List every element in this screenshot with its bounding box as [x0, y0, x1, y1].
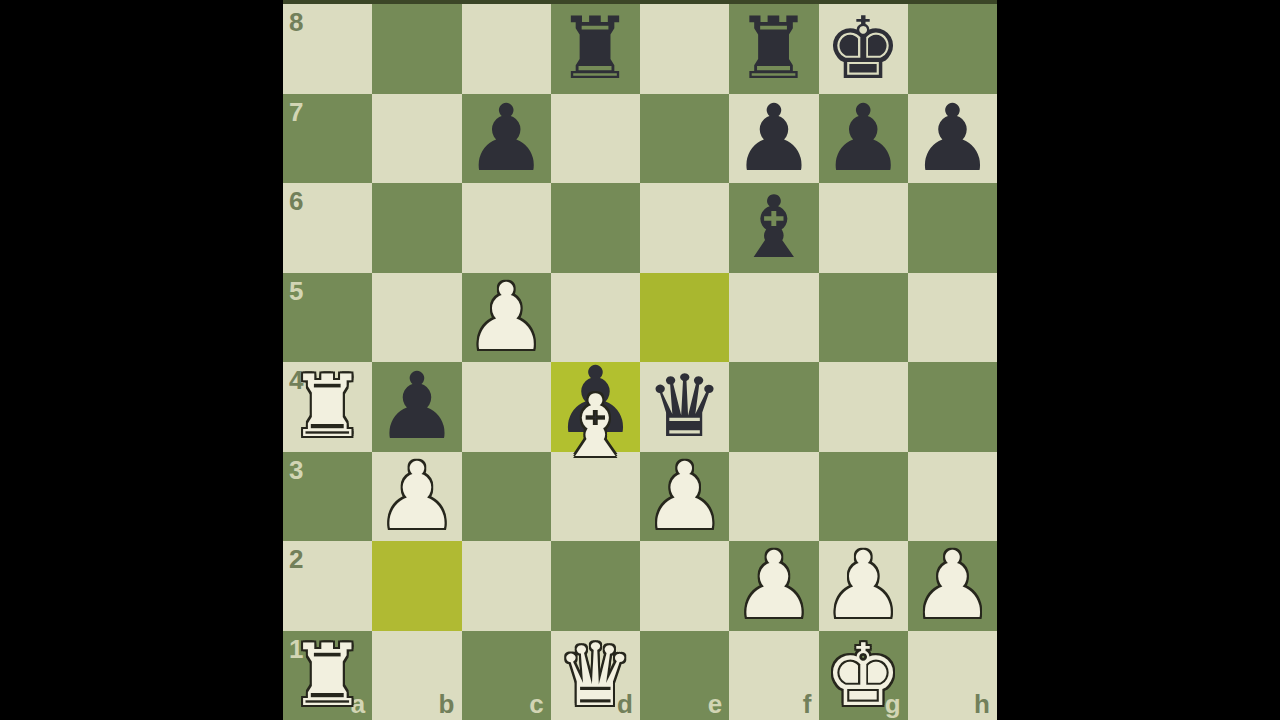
square-g5[interactable] [819, 273, 908, 363]
square-g4[interactable] [819, 362, 908, 452]
square-a5[interactable]: 5 [283, 273, 372, 363]
square-e4[interactable]: ♛ [640, 362, 729, 452]
white-pawn-f2[interactable]: ♟ [729, 541, 818, 631]
square-a8[interactable]: 8 [283, 4, 372, 94]
square-c5[interactable]: ♟ [462, 273, 551, 363]
white-rook-a4[interactable]: ♜ [283, 362, 372, 452]
rank-label-6: 6 [289, 188, 303, 214]
square-h1[interactable]: h [908, 631, 997, 720]
file-label-h: h [974, 691, 990, 717]
black-bishop-f6[interactable]: ♝ [729, 183, 818, 273]
square-c8[interactable] [462, 4, 551, 94]
rank-label-2: 2 [289, 546, 303, 572]
square-d4[interactable]: ♟♝ [551, 362, 640, 452]
black-pawn-g7[interactable]: ♟ [819, 94, 908, 184]
square-h7[interactable]: ♟ [908, 94, 997, 184]
black-rook-d8[interactable]: ♜ [551, 4, 640, 94]
board-grid: 8♜♜♚7♟♟♟♟6♝5♟4♜♟♟♝♛3♟♟2♟♟♟1a♜bcd♛efg♚h [283, 4, 997, 720]
square-b5[interactable] [372, 273, 461, 363]
square-b2[interactable] [372, 541, 461, 631]
file-label-c: c [529, 691, 543, 717]
square-g1[interactable]: g♚ [819, 631, 908, 720]
square-f8[interactable]: ♜ [729, 4, 818, 94]
square-b3[interactable]: ♟ [372, 452, 461, 542]
square-f7[interactable]: ♟ [729, 94, 818, 184]
white-queen-d1[interactable]: ♛ [551, 631, 640, 720]
square-h5[interactable] [908, 273, 997, 363]
white-king-g1[interactable]: ♚ [819, 631, 908, 720]
square-a4[interactable]: 4♜ [283, 362, 372, 452]
video-frame: 8♜♜♚7♟♟♟♟6♝5♟4♜♟♟♝♛3♟♟2♟♟♟1a♜bcd♛efg♚h [0, 0, 1280, 720]
square-g2[interactable]: ♟ [819, 541, 908, 631]
white-bishop-d4[interactable]: ♝ [551, 382, 640, 472]
square-g3[interactable] [819, 452, 908, 542]
white-pawn-g2[interactable]: ♟ [819, 541, 908, 631]
rank-label-8: 8 [289, 9, 303, 35]
white-pawn-e3[interactable]: ♟ [640, 452, 729, 542]
square-c2[interactable] [462, 541, 551, 631]
black-king-g8[interactable]: ♚ [819, 4, 908, 94]
white-pawn-h2[interactable]: ♟ [908, 541, 997, 631]
rank-label-5: 5 [289, 278, 303, 304]
black-rook-f8[interactable]: ♜ [729, 4, 818, 94]
square-b1[interactable]: b [372, 631, 461, 720]
square-d6[interactable] [551, 183, 640, 273]
square-e8[interactable] [640, 4, 729, 94]
square-h3[interactable] [908, 452, 997, 542]
square-a1[interactable]: 1a♜ [283, 631, 372, 720]
square-f6[interactable]: ♝ [729, 183, 818, 273]
chessboard: 8♜♜♚7♟♟♟♟6♝5♟4♜♟♟♝♛3♟♟2♟♟♟1a♜bcd♛efg♚h [283, 0, 997, 720]
black-queen-e4[interactable]: ♛ [640, 362, 729, 452]
black-pawn-c7[interactable]: ♟ [462, 94, 551, 184]
square-e3[interactable]: ♟ [640, 452, 729, 542]
square-g8[interactable]: ♚ [819, 4, 908, 94]
square-b4[interactable]: ♟ [372, 362, 461, 452]
square-e5[interactable] [640, 273, 729, 363]
square-c1[interactable]: c [462, 631, 551, 720]
white-rook-a1[interactable]: ♜ [283, 631, 372, 720]
square-b8[interactable] [372, 4, 461, 94]
file-label-f: f [803, 691, 812, 717]
rank-label-3: 3 [289, 457, 303, 483]
square-a7[interactable]: 7 [283, 94, 372, 184]
square-f5[interactable] [729, 273, 818, 363]
file-label-b: b [439, 691, 455, 717]
square-e1[interactable]: e [640, 631, 729, 720]
file-label-e: e [708, 691, 722, 717]
rank-label-7: 7 [289, 99, 303, 125]
square-a6[interactable]: 6 [283, 183, 372, 273]
square-c3[interactable] [462, 452, 551, 542]
square-f1[interactable]: f [729, 631, 818, 720]
black-pawn-h7[interactable]: ♟ [908, 94, 997, 184]
square-f3[interactable] [729, 452, 818, 542]
square-h8[interactable] [908, 4, 997, 94]
square-e2[interactable] [640, 541, 729, 631]
square-c7[interactable]: ♟ [462, 94, 551, 184]
square-b6[interactable] [372, 183, 461, 273]
square-h6[interactable] [908, 183, 997, 273]
square-d1[interactable]: d♛ [551, 631, 640, 720]
square-h2[interactable]: ♟ [908, 541, 997, 631]
square-d2[interactable] [551, 541, 640, 631]
square-f4[interactable] [729, 362, 818, 452]
square-g6[interactable] [819, 183, 908, 273]
square-a2[interactable]: 2 [283, 541, 372, 631]
square-a3[interactable]: 3 [283, 452, 372, 542]
black-pawn-b4[interactable]: ♟ [372, 362, 461, 452]
square-g7[interactable]: ♟ [819, 94, 908, 184]
square-d8[interactable]: ♜ [551, 4, 640, 94]
white-pawn-b3[interactable]: ♟ [372, 452, 461, 542]
black-pawn-f7[interactable]: ♟ [729, 94, 818, 184]
square-e6[interactable] [640, 183, 729, 273]
white-pawn-c5[interactable]: ♟ [462, 273, 551, 363]
square-b7[interactable] [372, 94, 461, 184]
square-c6[interactable] [462, 183, 551, 273]
square-f2[interactable]: ♟ [729, 541, 818, 631]
square-h4[interactable] [908, 362, 997, 452]
square-d7[interactable] [551, 94, 640, 184]
square-c4[interactable] [462, 362, 551, 452]
square-e7[interactable] [640, 94, 729, 184]
